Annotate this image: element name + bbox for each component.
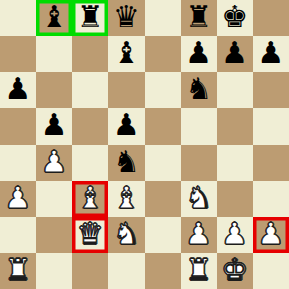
piece-white-pawn-a3[interactable]: ♟ — [5, 183, 32, 213]
square-a1[interactable]: ♜ — [0, 253, 36, 289]
square-d8[interactable]: ♛ — [108, 0, 144, 36]
piece-black-queen-d8[interactable]: ♛ — [113, 2, 140, 32]
square-e4[interactable] — [145, 145, 181, 181]
square-e6[interactable] — [145, 72, 181, 108]
piece-white-bishop-d3[interactable]: ♝ — [113, 183, 140, 213]
square-h8[interactable] — [253, 0, 289, 36]
square-d2[interactable]: ♞ — [108, 217, 144, 253]
square-c6[interactable] — [72, 72, 108, 108]
square-g4[interactable] — [217, 145, 253, 181]
piece-black-pawn-a6[interactable]: ♟ — [5, 74, 32, 104]
square-a2[interactable] — [0, 217, 36, 253]
square-e2[interactable] — [145, 217, 181, 253]
square-f4[interactable] — [181, 145, 217, 181]
square-a7[interactable] — [0, 36, 36, 72]
square-g7[interactable]: ♟ — [217, 36, 253, 72]
square-h6[interactable] — [253, 72, 289, 108]
square-b4[interactable]: ♟ — [36, 145, 72, 181]
piece-white-pawn-g2[interactable]: ♟ — [221, 219, 248, 249]
square-g8[interactable]: ♚ — [217, 0, 253, 36]
square-h1[interactable] — [253, 253, 289, 289]
square-f7[interactable]: ♟ — [181, 36, 217, 72]
piece-white-queen-c2[interactable]: ♛ — [77, 219, 104, 249]
piece-white-rook-f1[interactable]: ♜ — [185, 255, 212, 285]
piece-white-knight-f3[interactable]: ♞ — [185, 183, 212, 213]
square-h5[interactable] — [253, 108, 289, 144]
square-b5[interactable]: ♟ — [36, 108, 72, 144]
piece-black-pawn-d5[interactable]: ♟ — [113, 110, 140, 140]
piece-black-king-g8[interactable]: ♚ — [221, 2, 248, 32]
piece-white-pawn-b4[interactable]: ♟ — [41, 147, 68, 177]
piece-black-pawn-g7[interactable]: ♟ — [221, 38, 248, 68]
square-b7[interactable] — [36, 36, 72, 72]
square-f2[interactable]: ♟ — [181, 217, 217, 253]
square-g1[interactable]: ♚ — [217, 253, 253, 289]
square-b6[interactable] — [36, 72, 72, 108]
square-c1[interactable] — [72, 253, 108, 289]
square-f8[interactable]: ♜ — [181, 0, 217, 36]
square-f3[interactable]: ♞ — [181, 181, 217, 217]
chess-board: ♝♜♛♜♚♝♟♟♟♟♞♟♟♟♞♟♝♝♞♛♞♟♟♟♜♜♚ — [0, 0, 289, 289]
square-f6[interactable]: ♞ — [181, 72, 217, 108]
square-b2[interactable] — [36, 217, 72, 253]
piece-black-knight-f6[interactable]: ♞ — [185, 74, 212, 104]
square-h7[interactable]: ♟ — [253, 36, 289, 72]
square-a6[interactable]: ♟ — [0, 72, 36, 108]
piece-white-rook-a1[interactable]: ♜ — [5, 255, 32, 285]
piece-black-rook-f8[interactable]: ♜ — [185, 2, 212, 32]
square-e8[interactable] — [145, 0, 181, 36]
square-g5[interactable] — [217, 108, 253, 144]
square-e7[interactable] — [145, 36, 181, 72]
piece-white-bishop-c3[interactable]: ♝ — [77, 183, 104, 213]
square-c3[interactable]: ♝ — [72, 181, 108, 217]
square-c5[interactable] — [72, 108, 108, 144]
piece-black-bishop-d7[interactable]: ♝ — [113, 38, 140, 68]
square-h2[interactable]: ♟ — [253, 217, 289, 253]
square-g6[interactable] — [217, 72, 253, 108]
square-b8[interactable]: ♝ — [36, 0, 72, 36]
piece-white-king-g1[interactable]: ♚ — [221, 255, 248, 285]
square-b1[interactable] — [36, 253, 72, 289]
piece-white-pawn-f2[interactable]: ♟ — [185, 219, 212, 249]
square-d3[interactable]: ♝ — [108, 181, 144, 217]
square-h3[interactable] — [253, 181, 289, 217]
piece-black-rook-c8[interactable]: ♜ — [77, 2, 104, 32]
square-a4[interactable] — [0, 145, 36, 181]
square-g3[interactable] — [217, 181, 253, 217]
square-e5[interactable] — [145, 108, 181, 144]
piece-black-pawn-f7[interactable]: ♟ — [185, 38, 212, 68]
piece-black-pawn-b5[interactable]: ♟ — [41, 110, 68, 140]
piece-black-pawn-h7[interactable]: ♟ — [257, 38, 284, 68]
piece-black-knight-d4[interactable]: ♞ — [113, 147, 140, 177]
square-c2[interactable]: ♛ — [72, 217, 108, 253]
square-b3[interactable] — [36, 181, 72, 217]
square-f1[interactable]: ♜ — [181, 253, 217, 289]
square-d1[interactable] — [108, 253, 144, 289]
square-f5[interactable] — [181, 108, 217, 144]
square-g2[interactable]: ♟ — [217, 217, 253, 253]
piece-black-bishop-b8[interactable]: ♝ — [41, 2, 68, 32]
square-c8[interactable]: ♜ — [72, 0, 108, 36]
square-e3[interactable] — [145, 181, 181, 217]
square-d4[interactable]: ♞ — [108, 145, 144, 181]
square-d7[interactable]: ♝ — [108, 36, 144, 72]
square-a3[interactable]: ♟ — [0, 181, 36, 217]
square-c4[interactable] — [72, 145, 108, 181]
square-h4[interactable] — [253, 145, 289, 181]
square-a8[interactable] — [0, 0, 36, 36]
square-d6[interactable] — [108, 72, 144, 108]
square-e1[interactable] — [145, 253, 181, 289]
square-d5[interactable]: ♟ — [108, 108, 144, 144]
square-c7[interactable] — [72, 36, 108, 72]
square-a5[interactable] — [0, 108, 36, 144]
piece-white-pawn-h2[interactable]: ♟ — [257, 219, 284, 249]
piece-white-knight-d2[interactable]: ♞ — [113, 219, 140, 249]
